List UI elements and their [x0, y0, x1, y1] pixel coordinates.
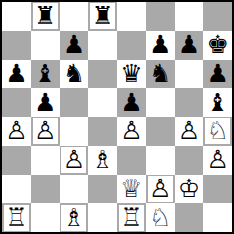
- white-bishop-c1[interactable]: ♗: [61, 205, 86, 231]
- square-e3[interactable]: [117, 146, 146, 175]
- white-rook-e1[interactable]: ♖: [119, 205, 144, 231]
- square-e7[interactable]: [117, 31, 146, 60]
- black-bishop-b6[interactable]: ♝: [33, 61, 58, 87]
- white-pawn-c3[interactable]: ♙: [61, 147, 86, 173]
- square-c1[interactable]: ♗: [60, 203, 89, 232]
- square-b8[interactable]: ♜: [31, 2, 60, 31]
- square-g1[interactable]: [175, 203, 204, 232]
- square-b1[interactable]: [31, 203, 60, 232]
- square-h1[interactable]: [203, 203, 232, 232]
- square-g6[interactable]: [175, 60, 204, 89]
- square-f2[interactable]: ♙: [146, 175, 175, 204]
- square-e5[interactable]: ♟: [117, 88, 146, 117]
- black-knight-c6[interactable]: ♞: [61, 61, 86, 87]
- square-b6[interactable]: ♝: [31, 60, 60, 89]
- white-queen-e2[interactable]: ♕: [119, 176, 144, 202]
- square-d6[interactable]: [88, 60, 117, 89]
- square-g7[interactable]: ♟: [175, 31, 204, 60]
- white-pawn-a4[interactable]: ♙: [4, 118, 29, 144]
- square-f6[interactable]: ♞: [146, 60, 175, 89]
- square-h7[interactable]: ♚: [203, 31, 232, 60]
- square-d7[interactable]: [88, 31, 117, 60]
- square-a8[interactable]: [2, 2, 31, 31]
- white-rook-a1[interactable]: ♖: [4, 205, 29, 231]
- square-d1[interactable]: [88, 203, 117, 232]
- square-c6[interactable]: ♞: [60, 60, 89, 89]
- square-e4[interactable]: ♙: [117, 117, 146, 146]
- black-pawn-b5[interactable]: ♟: [33, 90, 58, 116]
- square-b4[interactable]: ♙: [31, 117, 60, 146]
- black-knight-f6[interactable]: ♞: [148, 61, 173, 87]
- white-pawn-h3[interactable]: ♙: [205, 147, 230, 173]
- square-b2[interactable]: [31, 175, 60, 204]
- square-b5[interactable]: ♟: [31, 88, 60, 117]
- white-knight-f1[interactable]: ♘: [148, 205, 173, 231]
- square-c7[interactable]: ♟: [60, 31, 89, 60]
- black-pawn-f7[interactable]: ♟: [148, 32, 173, 58]
- square-h8[interactable]: [203, 2, 232, 31]
- square-f1[interactable]: ♘: [146, 203, 175, 232]
- square-d3[interactable]: ♗: [88, 146, 117, 175]
- square-h5[interactable]: ♝: [203, 88, 232, 117]
- square-a2[interactable]: [2, 175, 31, 204]
- white-bishop-d3[interactable]: ♗: [90, 147, 115, 173]
- square-e8[interactable]: [117, 2, 146, 31]
- square-c3[interactable]: ♙: [60, 146, 89, 175]
- white-pawn-b4[interactable]: ♙: [33, 118, 58, 144]
- square-d5[interactable]: [88, 88, 117, 117]
- square-a4[interactable]: ♙: [2, 117, 31, 146]
- square-h3[interactable]: ♙: [203, 146, 232, 175]
- square-f4[interactable]: [146, 117, 175, 146]
- square-b7[interactable]: [31, 31, 60, 60]
- square-d2[interactable]: [88, 175, 117, 204]
- square-g5[interactable]: [175, 88, 204, 117]
- square-c8[interactable]: [60, 2, 89, 31]
- black-bishop-h5[interactable]: ♝: [205, 90, 230, 116]
- black-pawn-g7[interactable]: ♟: [176, 32, 201, 58]
- square-a3[interactable]: [2, 146, 31, 175]
- square-a5[interactable]: [2, 88, 31, 117]
- square-h4[interactable]: ♘: [203, 117, 232, 146]
- white-pawn-f2[interactable]: ♙: [148, 176, 173, 202]
- square-e2[interactable]: ♕: [117, 175, 146, 204]
- square-f7[interactable]: ♟: [146, 31, 175, 60]
- square-g2[interactable]: ♔: [175, 175, 204, 204]
- white-pawn-e4[interactable]: ♙: [119, 118, 144, 144]
- square-b3[interactable]: [31, 146, 60, 175]
- square-a7[interactable]: [2, 31, 31, 60]
- square-g8[interactable]: [175, 2, 204, 31]
- white-knight-h4[interactable]: ♘: [205, 118, 230, 144]
- square-f3[interactable]: [146, 146, 175, 175]
- black-pawn-h6[interactable]: ♟: [205, 61, 230, 87]
- square-c5[interactable]: [60, 88, 89, 117]
- square-g4[interactable]: ♙: [175, 117, 204, 146]
- black-pawn-c7[interactable]: ♟: [61, 32, 86, 58]
- square-e1[interactable]: ♖: [117, 203, 146, 232]
- black-pawn-e5[interactable]: ♟: [119, 90, 144, 116]
- square-a1[interactable]: ♖: [2, 203, 31, 232]
- square-a6[interactable]: ♟: [2, 60, 31, 89]
- white-king-g2[interactable]: ♔: [176, 176, 201, 202]
- square-c4[interactable]: [60, 117, 89, 146]
- black-king-h7[interactable]: ♚: [205, 32, 230, 58]
- white-pawn-g4[interactable]: ♙: [176, 118, 201, 144]
- square-h2[interactable]: [203, 175, 232, 204]
- black-pawn-a6[interactable]: ♟: [4, 61, 29, 87]
- square-h6[interactable]: ♟: [203, 60, 232, 89]
- black-rook-b8[interactable]: ♜: [33, 3, 58, 29]
- square-g3[interactable]: [175, 146, 204, 175]
- square-c2[interactable]: [60, 175, 89, 204]
- black-rook-d8[interactable]: ♜: [90, 3, 115, 29]
- square-e6[interactable]: ♛: [117, 60, 146, 89]
- square-d8[interactable]: ♜: [88, 2, 117, 31]
- chess-diagram: ♜♜♟♟♟♚♟♝♞♛♞♟♟♟♝♙♙♙♙♘♙♗♙♕♙♔♖♗♖♘: [0, 0, 234, 234]
- square-f8[interactable]: [146, 2, 175, 31]
- square-f5[interactable]: [146, 88, 175, 117]
- chess-board: ♜♜♟♟♟♚♟♝♞♛♞♟♟♟♝♙♙♙♙♘♙♗♙♕♙♔♖♗♖♘: [0, 0, 234, 234]
- square-d4[interactable]: [88, 117, 117, 146]
- black-queen-e6[interactable]: ♛: [119, 61, 144, 87]
